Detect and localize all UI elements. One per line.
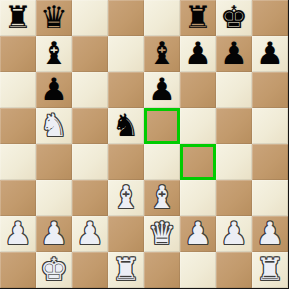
square-e8[interactable]	[144, 0, 180, 36]
square-c8[interactable]	[72, 0, 108, 36]
square-a3[interactable]	[0, 180, 36, 216]
square-b8[interactable]: ♛	[36, 0, 72, 36]
square-e1[interactable]	[144, 252, 180, 288]
white-rook-d1[interactable]: ♜	[112, 254, 140, 285]
square-h7[interactable]: ♟	[252, 36, 288, 72]
square-c7[interactable]	[72, 36, 108, 72]
square-a8[interactable]: ♜	[0, 0, 36, 36]
white-rook-h1[interactable]: ♜	[256, 254, 284, 285]
square-d6[interactable]	[108, 72, 144, 108]
square-h2[interactable]: ♟	[252, 216, 288, 252]
square-g3[interactable]	[216, 180, 252, 216]
square-e3[interactable]: ♝	[144, 180, 180, 216]
black-pawn-b6[interactable]: ♟	[40, 74, 68, 105]
square-g7[interactable]: ♟	[216, 36, 252, 72]
square-c4[interactable]	[72, 144, 108, 180]
square-b3[interactable]	[36, 180, 72, 216]
square-c2[interactable]: ♟	[72, 216, 108, 252]
black-bishop-b7[interactable]: ♝	[40, 38, 68, 69]
white-pawn-c2[interactable]: ♟	[76, 218, 104, 249]
square-f5[interactable]	[180, 108, 216, 144]
square-a5[interactable]	[0, 108, 36, 144]
square-g6[interactable]	[216, 72, 252, 108]
square-a4[interactable]	[0, 144, 36, 180]
square-a7[interactable]	[0, 36, 36, 72]
square-a6[interactable]	[0, 72, 36, 108]
square-g2[interactable]: ♟	[216, 216, 252, 252]
square-c5[interactable]	[72, 108, 108, 144]
square-h1[interactable]: ♜	[252, 252, 288, 288]
black-pawn-h7[interactable]: ♟	[256, 38, 284, 69]
square-e7[interactable]: ♝	[144, 36, 180, 72]
square-g8[interactable]: ♚	[216, 0, 252, 36]
square-g1[interactable]	[216, 252, 252, 288]
square-f8[interactable]: ♜	[180, 0, 216, 36]
black-rook-a8[interactable]: ♜	[4, 2, 32, 33]
square-b4[interactable]	[36, 144, 72, 180]
square-h3[interactable]	[252, 180, 288, 216]
square-a2[interactable]: ♟	[0, 216, 36, 252]
square-d1[interactable]: ♜	[108, 252, 144, 288]
square-d5[interactable]: ♞	[108, 108, 144, 144]
square-d7[interactable]	[108, 36, 144, 72]
square-d3[interactable]: ♝	[108, 180, 144, 216]
black-pawn-f7[interactable]: ♟	[184, 38, 212, 69]
square-f7[interactable]: ♟	[180, 36, 216, 72]
square-b7[interactable]: ♝	[36, 36, 72, 72]
white-pawn-h2[interactable]: ♟	[256, 218, 284, 249]
square-h6[interactable]	[252, 72, 288, 108]
square-b1[interactable]: ♚	[36, 252, 72, 288]
square-h8[interactable]	[252, 0, 288, 36]
square-b5[interactable]: ♞	[36, 108, 72, 144]
white-pawn-b2[interactable]: ♟	[40, 218, 68, 249]
square-d4[interactable]	[108, 144, 144, 180]
white-knight-b5[interactable]: ♞	[40, 110, 68, 141]
white-bishop-d3[interactable]: ♝	[112, 182, 140, 213]
square-g5[interactable]	[216, 108, 252, 144]
square-e5[interactable]	[144, 108, 180, 144]
white-pawn-g2[interactable]: ♟	[220, 218, 248, 249]
square-e2[interactable]: ♛	[144, 216, 180, 252]
square-d2[interactable]	[108, 216, 144, 252]
black-king-g8[interactable]: ♚	[220, 2, 248, 33]
square-f2[interactable]: ♟	[180, 216, 216, 252]
black-queen-b8[interactable]: ♛	[40, 2, 68, 33]
square-h5[interactable]	[252, 108, 288, 144]
square-b6[interactable]: ♟	[36, 72, 72, 108]
square-a1[interactable]	[0, 252, 36, 288]
square-f6[interactable]	[180, 72, 216, 108]
black-knight-d5[interactable]: ♞	[112, 110, 140, 141]
square-c1[interactable]	[72, 252, 108, 288]
square-b2[interactable]: ♟	[36, 216, 72, 252]
square-c3[interactable]	[72, 180, 108, 216]
black-bishop-e7[interactable]: ♝	[148, 38, 176, 69]
square-g4[interactable]	[216, 144, 252, 180]
square-c6[interactable]	[72, 72, 108, 108]
chess-board: ♜♛♜♚♝♝♟♟♟♟♟♞♞♝♝♟♟♟♛♟♟♟♚♜♜	[0, 0, 289, 289]
square-e4[interactable]	[144, 144, 180, 180]
square-f3[interactable]	[180, 180, 216, 216]
black-pawn-e6[interactable]: ♟	[148, 74, 176, 105]
black-rook-f8[interactable]: ♜	[184, 2, 212, 33]
square-f4[interactable]	[180, 144, 216, 180]
square-e6[interactable]: ♟	[144, 72, 180, 108]
white-king-b1[interactable]: ♚	[40, 254, 68, 285]
chess-board-wrap: ♜♛♜♚♝♝♟♟♟♟♟♞♞♝♝♟♟♟♛♟♟♟♚♜♜	[0, 0, 289, 289]
black-pawn-g7[interactable]: ♟	[220, 38, 248, 69]
white-bishop-e3[interactable]: ♝	[148, 182, 176, 213]
white-pawn-a2[interactable]: ♟	[4, 218, 32, 249]
white-queen-e2[interactable]: ♛	[148, 218, 176, 249]
square-f1[interactable]	[180, 252, 216, 288]
square-h4[interactable]	[252, 144, 288, 180]
square-d8[interactable]	[108, 0, 144, 36]
white-pawn-f2[interactable]: ♟	[184, 218, 212, 249]
